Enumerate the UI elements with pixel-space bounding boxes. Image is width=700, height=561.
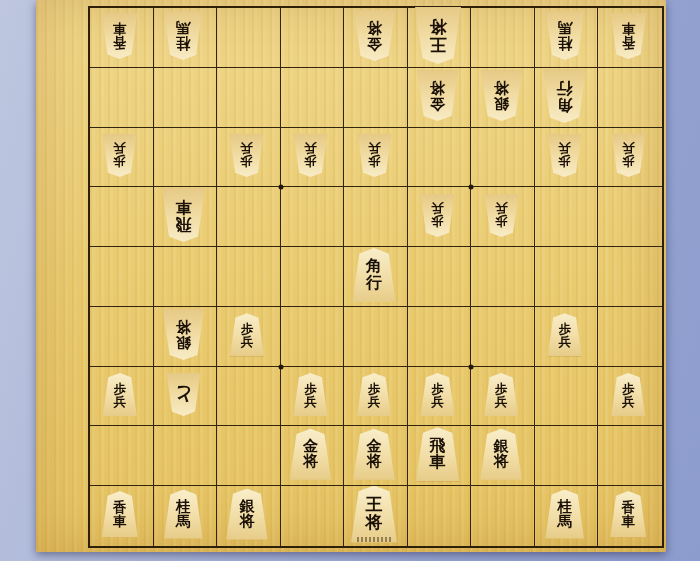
piece-kanji: 歩兵 <box>241 322 254 348</box>
board-cell-4f <box>408 307 472 367</box>
piece-kanji: 王将 <box>429 18 446 53</box>
photo-backdrop: 香車桂馬金将王将桂馬香車金将銀将角行歩兵歩兵歩兵歩兵歩兵歩兵飛車歩兵歩兵角行銀将… <box>0 0 700 561</box>
board-cell-7g <box>217 367 281 427</box>
board-cell-4c <box>408 128 472 188</box>
piece-kanji: 歩兵 <box>431 202 444 228</box>
board-cell-3i <box>471 486 535 546</box>
board-cell-7a <box>217 8 281 68</box>
hoshi-dot <box>278 364 283 369</box>
board-cell-4i <box>408 486 472 546</box>
board-cell-6e <box>281 247 345 307</box>
hoshi-dot <box>469 185 474 190</box>
board-cell-8c <box>154 128 218 188</box>
piece-kanji: 角行 <box>366 258 382 291</box>
board-cell-5b <box>344 68 408 128</box>
piece-kanji: 歩兵 <box>495 202 508 228</box>
piece-kanji: 香車 <box>113 500 127 528</box>
piece-kanji: 桂馬 <box>557 21 572 51</box>
board-cell-6b <box>281 68 345 128</box>
piece-kanji: 桂馬 <box>176 499 191 529</box>
piece-kanji: 銀将 <box>176 319 191 350</box>
board-cell-8b <box>154 68 218 128</box>
piece-kanji: 王将 <box>366 496 383 531</box>
board-cell-9e <box>90 247 154 307</box>
piece-kanji: 銀将 <box>494 439 509 470</box>
piece-kanji: 香車 <box>621 500 635 528</box>
board-cell-6f <box>281 307 345 367</box>
piece-kanji: 金将 <box>303 439 318 470</box>
board-cell-4e <box>408 247 472 307</box>
piece-kanji: 飛車 <box>175 199 191 232</box>
piece-kanji: 歩兵 <box>368 382 381 408</box>
piece-kanji: 銀将 <box>494 80 509 111</box>
piece-kanji: 桂馬 <box>557 499 572 529</box>
board-cell-2g <box>535 367 599 427</box>
piece-kanji: 歩兵 <box>114 382 127 408</box>
piece-kanji: 歩兵 <box>622 382 635 408</box>
hoshi-dot <box>278 185 283 190</box>
maker-signature-mark <box>357 537 391 542</box>
piece-kanji: 歩兵 <box>622 142 635 168</box>
board-cell-2d <box>535 187 599 247</box>
piece-kanji: 飛車 <box>430 438 446 471</box>
board-cell-9b <box>90 68 154 128</box>
board-cell-2e <box>535 247 599 307</box>
piece-kanji: 歩兵 <box>304 382 317 408</box>
piece-kanji: 銀将 <box>239 499 254 530</box>
piece-kanji: 香車 <box>113 22 127 50</box>
board-cell-1f <box>598 307 662 367</box>
board-cell-3c <box>471 128 535 188</box>
piece-kanji: 歩兵 <box>114 142 127 168</box>
board-cell-7d <box>217 187 281 247</box>
board-cell-1b <box>598 68 662 128</box>
board-cell-9f <box>90 307 154 367</box>
board-cell-9h <box>90 426 154 486</box>
board-cell-3a <box>471 8 535 68</box>
shogi-board: 香車桂馬金将王将桂馬香車金将銀将角行歩兵歩兵歩兵歩兵歩兵歩兵飛車歩兵歩兵角行銀将… <box>36 0 666 552</box>
piece-kanji: 金将 <box>367 20 382 51</box>
piece-kanji: 金将 <box>430 80 445 111</box>
board-cell-5f <box>344 307 408 367</box>
board-cell-7e <box>217 247 281 307</box>
piece-kanji: 歩兵 <box>304 142 317 168</box>
piece-kanji: 歩兵 <box>558 142 571 168</box>
board-cell-1h <box>598 426 662 486</box>
board-cell-3e <box>471 247 535 307</box>
board-cell-8e <box>154 247 218 307</box>
board-cell-8h <box>154 426 218 486</box>
piece-kanji: 金将 <box>367 439 382 470</box>
board-cell-6a <box>281 8 345 68</box>
piece-kanji: と <box>174 385 193 405</box>
board-cell-7b <box>217 68 281 128</box>
board-cell-7h <box>217 426 281 486</box>
piece-kanji: 桂馬 <box>176 21 191 51</box>
piece-kanji: 歩兵 <box>431 382 444 408</box>
piece-kanji: 歩兵 <box>368 142 381 168</box>
board-cell-6i <box>281 486 345 546</box>
piece-kanji: 歩兵 <box>241 142 254 168</box>
board-cell-2h <box>535 426 599 486</box>
board-cell-1e <box>598 247 662 307</box>
board-cell-6d <box>281 187 345 247</box>
piece-kanji: 香車 <box>621 22 635 50</box>
board-cell-3f <box>471 307 535 367</box>
board-cell-1d <box>598 187 662 247</box>
board-cell-5d <box>344 187 408 247</box>
hoshi-dot <box>469 364 474 369</box>
piece-kanji: 歩兵 <box>495 382 508 408</box>
board-cell-9d <box>90 187 154 247</box>
piece-kanji: 角行 <box>557 79 573 112</box>
piece-kanji: 歩兵 <box>558 322 571 348</box>
